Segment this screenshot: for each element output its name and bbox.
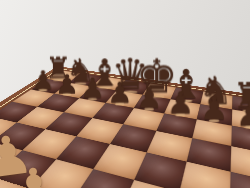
- piece-black-pawn[interactable]: ♟: [136, 83, 163, 113]
- piece-black-pawn[interactable]: ♟: [31, 67, 54, 93]
- piece-black-pawn[interactable]: ♟: [55, 71, 79, 98]
- piece-white-pawn-foreground[interactable]: ♟: [10, 160, 59, 188]
- square-h7[interactable]: ♟: [232, 109, 250, 132]
- piece-black-pawn[interactable]: ♟: [235, 98, 250, 131]
- piece-black-pawn[interactable]: ♟: [200, 93, 229, 125]
- square-h6[interactable]: [231, 126, 250, 155]
- square-h4[interactable]: [230, 172, 250, 188]
- piece-black-pawn[interactable]: ♟: [107, 79, 133, 108]
- photo-background: ♜♞♝♛♚♝♞♜♟♟♟♟♟♟♟♟♟♟♟♟♟♟♟♟♜♞♝♛♚♝♞♜ ♟♟: [0, 0, 250, 188]
- piece-black-pawn[interactable]: ♟: [80, 75, 105, 103]
- piece-black-pawn[interactable]: ♟: [167, 88, 195, 119]
